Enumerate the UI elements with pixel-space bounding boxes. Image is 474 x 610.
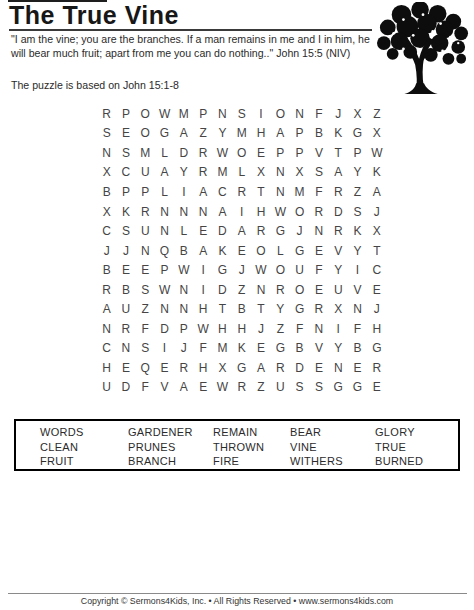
word-list-column: WORDSCLEANFRUIT xyxy=(40,425,128,469)
grid-cell[interactable]: N xyxy=(174,299,193,319)
grid-cell[interactable]: W xyxy=(155,280,174,300)
grid-cell[interactable]: C xyxy=(97,339,116,359)
grid-cell[interactable]: G xyxy=(290,299,309,319)
grid-cell[interactable]: V xyxy=(348,280,367,300)
word-list-item: FIRE xyxy=(213,454,290,469)
grid-cell[interactable]: Y xyxy=(174,163,193,183)
grid-cell[interactable]: D xyxy=(213,221,232,241)
grid-cell[interactable]: B xyxy=(97,260,116,280)
word-list-item: WORDS xyxy=(40,425,128,440)
grid-cell[interactable]: C xyxy=(367,260,386,280)
page-title: The True Vine xyxy=(9,1,179,30)
grid-cell[interactable]: A xyxy=(193,182,212,202)
grid-cell[interactable]: R xyxy=(367,358,386,378)
footer-divider xyxy=(8,593,467,594)
grid-cell[interactable]: N xyxy=(213,104,232,124)
grid-cell[interactable]: E xyxy=(251,339,270,359)
grid-cell[interactable]: X xyxy=(367,124,386,144)
grid-cell[interactable]: H xyxy=(367,319,386,339)
grid-cell[interactable]: R xyxy=(232,378,251,398)
grid-cell[interactable]: P xyxy=(174,319,193,339)
grid-cell[interactable]: J xyxy=(329,104,348,124)
grid-cell[interactable]: M xyxy=(232,124,251,144)
grid-cell[interactable]: M xyxy=(213,163,232,183)
grid-cell[interactable]: N xyxy=(290,104,309,124)
grid-cell[interactable]: Z xyxy=(251,378,270,398)
grid-cell[interactable]: Z xyxy=(136,299,155,319)
grid-cell[interactable]: B xyxy=(174,241,193,261)
grid-cell[interactable]: X xyxy=(290,163,309,183)
word-list-item: PRUNES xyxy=(128,440,213,455)
grid-cell[interactable]: Z xyxy=(348,182,367,202)
grid-cell[interactable]: N xyxy=(136,241,155,261)
grid-cell[interactable]: E xyxy=(232,241,251,261)
grid-cell[interactable]: E xyxy=(116,124,135,144)
copyright-footer: Copyright © Sermons4Kids, Inc. • All Rig… xyxy=(0,596,474,606)
grid-cell[interactable]: L xyxy=(155,143,174,163)
grid-cell[interactable]: F xyxy=(309,104,328,124)
grid-cell[interactable]: X xyxy=(97,202,116,222)
scripture-quote: "I am the vine; you are the branches. If… xyxy=(11,33,373,61)
grid-cell[interactable]: Y xyxy=(329,260,348,280)
grid-cell[interactable]: U xyxy=(290,260,309,280)
grid-cell[interactable]: O xyxy=(251,241,270,261)
word-list-column: GLORYTRUEBURNED xyxy=(375,425,458,469)
grid-cell[interactable]: D xyxy=(329,202,348,222)
grid-cell[interactable]: F xyxy=(136,378,155,398)
grid-cell[interactable]: R xyxy=(193,163,212,183)
grid-cell[interactable]: E xyxy=(116,260,135,280)
grid-cell[interactable]: O xyxy=(290,202,309,222)
grid-cell[interactable]: S xyxy=(116,221,135,241)
grid-cell[interactable]: G xyxy=(367,339,386,359)
grid-cell[interactable]: V xyxy=(309,339,328,359)
grid-cell[interactable]: Y xyxy=(213,124,232,144)
grid-cell[interactable]: R xyxy=(251,221,270,241)
grid-cell[interactable]: U xyxy=(136,221,155,241)
grid-cell[interactable]: L xyxy=(155,182,174,202)
grid-cell[interactable]: P xyxy=(193,104,212,124)
grid-cell[interactable]: N xyxy=(309,319,328,339)
grid-cell[interactable]: R xyxy=(309,299,328,319)
grid-cell[interactable]: U xyxy=(97,378,116,398)
grid-cell[interactable]: L xyxy=(232,163,251,183)
grid-cell[interactable]: H xyxy=(232,319,251,339)
grid-cell[interactable]: J xyxy=(251,319,270,339)
grid-cell[interactable]: J xyxy=(232,260,251,280)
grid-cell[interactable]: J xyxy=(174,339,193,359)
grid-cell[interactable]: Z xyxy=(193,124,212,144)
grid-cell[interactable]: P xyxy=(290,124,309,144)
word-list-item: REMAIN xyxy=(213,425,290,440)
grid-cell[interactable]: G xyxy=(348,378,367,398)
grid-cell[interactable]: K xyxy=(367,163,386,183)
grid-cell[interactable]: R xyxy=(329,221,348,241)
grid-cell[interactable]: N xyxy=(155,221,174,241)
word-list-item: GARDENER xyxy=(128,425,213,440)
grid-cell[interactable]: F xyxy=(136,319,155,339)
grid-cell[interactable]: S xyxy=(136,280,155,300)
tree-icon xyxy=(376,2,470,94)
grid-cell[interactable]: R xyxy=(136,202,155,222)
grid-cell[interactable]: A xyxy=(329,163,348,183)
grid-cell[interactable]: N xyxy=(97,143,116,163)
grid-cell[interactable]: C xyxy=(97,221,116,241)
grid-cell[interactable]: A xyxy=(193,241,212,261)
word-search-grid: RPOWMPNSIONFJXZSEOGAZYMHAPBKGXNSMLDRWOEP… xyxy=(97,104,386,397)
grid-cell[interactable]: E xyxy=(136,260,155,280)
grid-cell[interactable]: W xyxy=(367,143,386,163)
grid-cell[interactable]: Y xyxy=(329,339,348,359)
grid-cell[interactable]: D xyxy=(155,319,174,339)
grid-cell[interactable]: G xyxy=(213,260,232,280)
grid-cell[interactable]: A xyxy=(97,299,116,319)
grid-cell[interactable]: E xyxy=(193,221,212,241)
grid-cell[interactable]: E xyxy=(251,143,270,163)
grid-cell[interactable]: N xyxy=(155,299,174,319)
word-list-item: CLEAN xyxy=(40,440,128,455)
grid-cell[interactable]: E xyxy=(309,358,328,378)
grid-cell[interactable]: A xyxy=(213,202,232,222)
grid-cell[interactable]: P xyxy=(290,143,309,163)
grid-cell[interactable]: I xyxy=(232,202,251,222)
grid-cell[interactable]: K xyxy=(232,339,251,359)
grid-cell[interactable]: K xyxy=(213,241,232,261)
grid-cell[interactable]: E xyxy=(309,241,328,261)
grid-cell[interactable]: V xyxy=(309,143,328,163)
grid-cell[interactable]: J xyxy=(97,241,116,261)
grid-cell[interactable]: D xyxy=(290,358,309,378)
grid-cell[interactable]: R xyxy=(193,143,212,163)
grid-cell[interactable]: S xyxy=(309,378,328,398)
grid-cell[interactable]: W xyxy=(213,378,232,398)
grid-cell[interactable]: F xyxy=(309,182,328,202)
grid-cell[interactable]: H xyxy=(97,358,116,378)
grid-cell[interactable]: W xyxy=(213,143,232,163)
grid-cell[interactable]: J xyxy=(367,299,386,319)
grid-cell[interactable]: R xyxy=(271,280,290,300)
word-list-item: BEAR xyxy=(290,425,375,440)
grid-cell[interactable]: T xyxy=(213,299,232,319)
grid-cell[interactable]: I xyxy=(193,280,212,300)
grid-cell[interactable]: R xyxy=(232,182,251,202)
grid-cell[interactable]: Y xyxy=(348,241,367,261)
grid-cell[interactable]: P xyxy=(136,182,155,202)
grid-cell[interactable]: C xyxy=(213,182,232,202)
grid-cell[interactable]: J xyxy=(367,202,386,222)
grid-cell[interactable]: V xyxy=(329,241,348,261)
grid-cell[interactable]: X xyxy=(251,163,270,183)
grid-cell[interactable]: G xyxy=(348,124,367,144)
grid-cell[interactable]: J xyxy=(116,241,135,261)
grid-cell[interactable]: B xyxy=(116,280,135,300)
grid-cell[interactable]: O xyxy=(136,104,155,124)
grid-cell[interactable]: Y xyxy=(348,163,367,183)
grid-cell[interactable]: W xyxy=(271,202,290,222)
grid-cell[interactable]: A xyxy=(232,221,251,241)
grid-cell[interactable]: I xyxy=(251,104,270,124)
grid-cell[interactable]: U xyxy=(116,299,135,319)
grid-cell[interactable]: G xyxy=(271,221,290,241)
word-list-item: TRUE xyxy=(375,440,458,455)
grid-cell[interactable]: T xyxy=(251,182,270,202)
grid-cell[interactable]: N xyxy=(116,339,135,359)
grid-cell[interactable]: B xyxy=(232,299,251,319)
word-list-item: BURNED xyxy=(375,454,458,469)
grid-cell[interactable]: U xyxy=(136,163,155,183)
grid-cell[interactable]: T xyxy=(367,241,386,261)
grid-cell[interactable]: N xyxy=(251,280,270,300)
grid-cell[interactable]: Z xyxy=(367,104,386,124)
grid-cell[interactable]: X xyxy=(367,221,386,241)
word-list-item: GLORY xyxy=(375,425,458,440)
grid-cell[interactable]: R xyxy=(309,202,328,222)
grid-cell[interactable]: M xyxy=(290,182,309,202)
grid-cell[interactable]: A xyxy=(271,124,290,144)
grid-cell[interactable]: Q xyxy=(136,358,155,378)
grid-cell[interactable]: B xyxy=(309,124,328,144)
grid-cell[interactable]: A xyxy=(367,182,386,202)
grid-cell[interactable]: F xyxy=(290,319,309,339)
word-list-box: WORDSCLEANFRUITGARDENERPRUNESBRANCHREMAI… xyxy=(14,419,460,471)
grid-cell[interactable]: K xyxy=(116,202,135,222)
grid-cell[interactable]: E xyxy=(309,280,328,300)
grid-cell[interactable]: I xyxy=(329,319,348,339)
grid-cell[interactable]: H xyxy=(251,202,270,222)
grid-cell[interactable]: G xyxy=(155,124,174,144)
grid-cell[interactable]: I xyxy=(193,260,212,280)
grid-cell[interactable]: H xyxy=(213,319,232,339)
grid-cell[interactable]: P xyxy=(271,143,290,163)
grid-cell[interactable]: T xyxy=(251,299,270,319)
grid-cell[interactable]: I xyxy=(348,260,367,280)
grid-cell[interactable]: M xyxy=(213,339,232,359)
title-underline xyxy=(9,29,372,31)
word-list-column: GARDENERPRUNESBRANCH xyxy=(128,425,213,469)
grid-cell[interactable]: H xyxy=(193,358,212,378)
grid-cell[interactable]: O xyxy=(136,124,155,144)
grid-cell[interactable]: N xyxy=(174,280,193,300)
grid-cell[interactable]: S xyxy=(97,124,116,144)
grid-cell[interactable]: T xyxy=(329,143,348,163)
grid-cell[interactable]: M xyxy=(136,143,155,163)
grid-cell[interactable]: E xyxy=(367,378,386,398)
grid-cell[interactable]: R xyxy=(174,358,193,378)
grid-cell[interactable]: A xyxy=(155,163,174,183)
grid-cell[interactable]: S xyxy=(290,378,309,398)
grid-cell[interactable]: X xyxy=(213,358,232,378)
grid-cell[interactable]: W xyxy=(193,319,212,339)
grid-cell[interactable]: G xyxy=(232,358,251,378)
grid-cell[interactable]: I xyxy=(155,339,174,359)
grid-cell[interactable]: G xyxy=(271,339,290,359)
word-list-column: BEARVINEWITHERS xyxy=(290,425,375,469)
grid-cell[interactable]: O xyxy=(232,143,251,163)
grid-cell[interactable]: A xyxy=(174,378,193,398)
grid-cell[interactable]: E xyxy=(193,378,212,398)
grid-cell[interactable]: N xyxy=(271,163,290,183)
grid-cell[interactable]: R xyxy=(116,319,135,339)
grid-cell[interactable]: H xyxy=(193,299,212,319)
grid-cell[interactable]: S xyxy=(309,163,328,183)
grid-cell[interactable]: U xyxy=(271,378,290,398)
word-list-item: THROWN xyxy=(213,440,290,455)
word-list-item: BRANCH xyxy=(128,454,213,469)
grid-cell[interactable]: Y xyxy=(271,299,290,319)
grid-cell[interactable]: I xyxy=(174,182,193,202)
grid-cell[interactable]: M xyxy=(174,104,193,124)
grid-cell[interactable]: Z xyxy=(271,319,290,339)
grid-cell[interactable]: E xyxy=(116,358,135,378)
grid-cell[interactable]: C xyxy=(116,163,135,183)
grid-cell[interactable]: K xyxy=(329,124,348,144)
grid-cell[interactable]: R xyxy=(97,104,116,124)
grid-cell[interactable]: N xyxy=(97,319,116,339)
grid-cell[interactable]: D xyxy=(174,143,193,163)
grid-cell[interactable]: N xyxy=(271,182,290,202)
grid-cell[interactable]: P xyxy=(116,104,135,124)
grid-cell[interactable]: K xyxy=(348,221,367,241)
grid-cell[interactable]: F xyxy=(348,319,367,339)
grid-cell[interactable]: X xyxy=(329,299,348,319)
grid-cell[interactable]: J xyxy=(290,221,309,241)
grid-cell[interactable]: Z xyxy=(232,280,251,300)
grid-cell[interactable]: D xyxy=(116,378,135,398)
grid-cell[interactable]: N xyxy=(348,299,367,319)
grid-cell[interactable]: W xyxy=(251,260,270,280)
grid-cell[interactable]: S xyxy=(116,143,135,163)
grid-cell[interactable]: U xyxy=(329,280,348,300)
grid-cell[interactable]: W xyxy=(155,104,174,124)
grid-cell[interactable]: A xyxy=(174,124,193,144)
grid-cell[interactable]: Q xyxy=(155,241,174,261)
grid-cell[interactable]: W xyxy=(174,260,193,280)
grid-cell[interactable]: P xyxy=(155,260,174,280)
grid-cell[interactable]: G xyxy=(290,241,309,261)
grid-cell[interactable]: E xyxy=(367,280,386,300)
grid-cell[interactable]: D xyxy=(213,280,232,300)
grid-cell[interactable]: O xyxy=(271,104,290,124)
grid-cell[interactable]: A xyxy=(251,358,270,378)
grid-cell[interactable]: N xyxy=(309,221,328,241)
word-list-item: WITHERS xyxy=(290,454,375,469)
word-list-column: REMAINTHROWNFIRE xyxy=(213,425,290,469)
grid-cell[interactable]: F xyxy=(309,260,328,280)
grid-cell[interactable]: H xyxy=(251,124,270,144)
grid-cell[interactable]: N xyxy=(174,202,193,222)
grid-cell[interactable]: X xyxy=(97,163,116,183)
grid-cell[interactable]: X xyxy=(348,104,367,124)
grid-cell[interactable]: P xyxy=(116,182,135,202)
grid-cell[interactable]: E xyxy=(348,358,367,378)
grid-cell[interactable]: N xyxy=(155,202,174,222)
grid-cell[interactable]: B xyxy=(290,339,309,359)
grid-cell[interactable]: N xyxy=(193,202,212,222)
grid-cell[interactable]: S xyxy=(136,339,155,359)
grid-cell[interactable]: L xyxy=(174,221,193,241)
grid-cell[interactable]: R xyxy=(271,358,290,378)
grid-cell[interactable]: G xyxy=(329,378,348,398)
grid-cell[interactable]: O xyxy=(290,280,309,300)
grid-cell[interactable]: E xyxy=(155,358,174,378)
grid-cell[interactable]: R xyxy=(329,182,348,202)
grid-cell[interactable]: O xyxy=(271,260,290,280)
grid-cell[interactable]: B xyxy=(348,339,367,359)
word-list-item: VINE xyxy=(290,440,375,455)
grid-cell[interactable]: B xyxy=(97,182,116,202)
grid-cell[interactable]: S xyxy=(348,202,367,222)
grid-cell[interactable]: V xyxy=(155,378,174,398)
grid-cell[interactable]: R xyxy=(97,280,116,300)
grid-cell[interactable]: L xyxy=(271,241,290,261)
worksheet-page: The True Vine "I am the vine; you are th… xyxy=(0,0,474,610)
grid-cell[interactable]: F xyxy=(193,339,212,359)
grid-cell[interactable]: P xyxy=(348,143,367,163)
grid-cell[interactable]: S xyxy=(232,104,251,124)
word-list-item: FRUIT xyxy=(40,454,128,469)
puzzle-basis-note: The puzzle is based on John 15:1-8 xyxy=(11,79,179,91)
grid-cell[interactable]: N xyxy=(329,358,348,378)
